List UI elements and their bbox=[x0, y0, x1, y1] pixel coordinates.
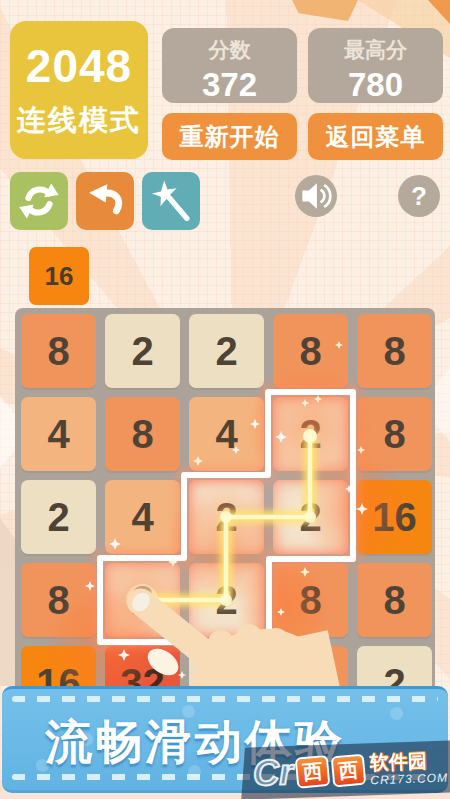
tile-r1c1[interactable]: 8 bbox=[21, 314, 96, 388]
watermark: Cr 西 西 软件园 CR173.COM bbox=[241, 740, 450, 799]
tile-r4c5[interactable]: 8 bbox=[357, 563, 432, 637]
magic-wand-button[interactable] bbox=[142, 172, 200, 230]
undo-icon bbox=[83, 179, 127, 223]
tile-r3c4[interactable]: 2 bbox=[273, 480, 348, 554]
tile-r4c4[interactable]: 8 bbox=[273, 563, 348, 637]
help-icon: ? bbox=[411, 181, 427, 212]
refresh-button[interactable] bbox=[10, 172, 68, 230]
tile-r3c5[interactable]: 16 bbox=[357, 480, 432, 554]
tile-r2c3[interactable]: 4 bbox=[189, 397, 264, 471]
tile-r2c1[interactable]: 4 bbox=[21, 397, 96, 471]
tile-r4c1[interactable]: 8 bbox=[21, 563, 96, 637]
watermark-site-char: 西 bbox=[331, 753, 367, 787]
game-screen: 2048 连线模式 分数 372 最高分 780 重新开始 返回菜单 bbox=[0, 0, 450, 799]
refresh-icon bbox=[17, 179, 61, 223]
watermark-cr-logo: Cr bbox=[253, 754, 294, 791]
undo-button[interactable] bbox=[76, 172, 134, 230]
tile-r1c3[interactable]: 2 bbox=[189, 314, 264, 388]
best-score-label: 最高分 bbox=[308, 36, 443, 64]
logo-badge: 2048 连线模式 bbox=[10, 21, 148, 159]
banner-dashes-top bbox=[12, 696, 438, 702]
back-to-menu-button[interactable]: 返回菜单 bbox=[308, 113, 443, 160]
tile-r2c5[interactable]: 8 bbox=[357, 397, 432, 471]
sound-button[interactable] bbox=[295, 175, 337, 217]
score-label: 分数 bbox=[162, 36, 297, 64]
logo-title: 2048 bbox=[10, 39, 148, 93]
speaker-icon bbox=[296, 176, 336, 216]
tile-r1c2[interactable]: 2 bbox=[105, 314, 180, 388]
tile-r3c3[interactable]: 2 bbox=[189, 480, 264, 554]
tile-r4c3[interactable]: 2 bbox=[189, 563, 264, 637]
tile-r3c1[interactable]: 2 bbox=[21, 480, 96, 554]
logo-subtitle: 连线模式 bbox=[10, 101, 148, 141]
score-box: 分数 372 bbox=[162, 28, 297, 103]
tile-r1c5[interactable]: 8 bbox=[357, 314, 432, 388]
best-score-value: 780 bbox=[308, 66, 443, 104]
tile-r2c2[interactable]: 8 bbox=[105, 397, 180, 471]
incoming-tile: 16 bbox=[29, 247, 89, 305]
watermark-site-suffix: 软件园 bbox=[370, 750, 448, 772]
magic-wand-icon bbox=[149, 179, 193, 223]
best-score-box: 最高分 780 bbox=[308, 28, 443, 103]
score-value: 372 bbox=[162, 66, 297, 104]
help-button[interactable]: ? bbox=[398, 175, 440, 217]
banner-dot bbox=[390, 707, 403, 720]
restart-button[interactable]: 重新开始 bbox=[162, 113, 297, 160]
tile-r3c2[interactable]: 4 bbox=[105, 480, 180, 554]
watermark-domain: CR173.COM bbox=[370, 771, 448, 786]
tile-r2c4[interactable]: 2 bbox=[273, 397, 348, 471]
game-board[interactable]: 822884842824221682288163282 bbox=[15, 308, 435, 726]
tile-r4c2[interactable]: 2 bbox=[105, 563, 180, 637]
tile-r1c4[interactable]: 8 bbox=[273, 314, 348, 388]
watermark-site-char: 西 bbox=[295, 754, 331, 788]
